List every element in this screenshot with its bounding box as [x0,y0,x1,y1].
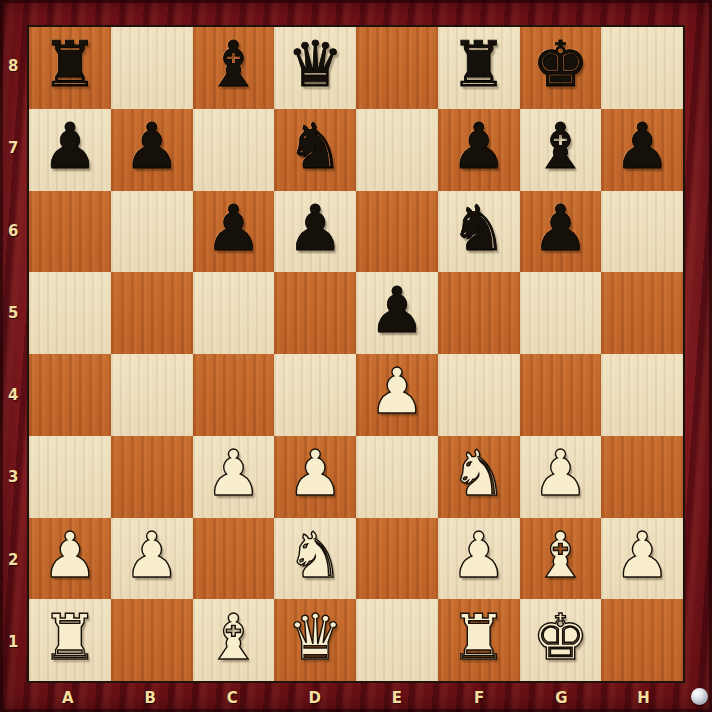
square-b7[interactable]: ♟ [111,109,193,191]
piece-black-bishop[interactable]: ♝ [205,33,261,96]
square-a8[interactable]: ♜ [29,27,111,109]
piece-black-queen[interactable]: ♛ [287,33,343,96]
piece-black-pawn[interactable]: ♟ [42,115,98,178]
piece-black-rook[interactable]: ♜ [450,33,506,96]
square-d2[interactable]: ♞ [274,518,356,600]
square-g7[interactable]: ♝ [520,109,602,191]
file-label-f: F [438,683,520,712]
piece-white-pawn[interactable]: ♟ [42,524,98,587]
square-c5[interactable] [193,272,275,354]
square-c8[interactable]: ♝ [193,27,275,109]
piece-white-pawn[interactable]: ♟ [614,524,670,587]
square-a7[interactable]: ♟ [29,109,111,191]
file-label-d: D [274,683,356,712]
square-h1[interactable] [601,599,683,681]
chess-board: ♜♝♛♜♚♟♟♞♟♝♟♟♟♞♟♟♟♟♟♞♟♟♟♞♟♝♟♜♝♛♜♚ [27,25,685,683]
rank-label-6: 6 [0,190,27,272]
square-f7[interactable]: ♟ [438,109,520,191]
piece-black-bishop[interactable]: ♝ [532,115,588,178]
square-h2[interactable]: ♟ [601,518,683,600]
square-g2[interactable]: ♝ [520,518,602,600]
file-labels: ABCDEFGH [27,683,685,712]
square-e6[interactable] [356,191,438,273]
file-label-a: A [27,683,109,712]
file-label-b: B [109,683,191,712]
square-e8[interactable] [356,27,438,109]
square-g1[interactable]: ♚ [520,599,602,681]
chess-board-frame: 87654321 ABCDEFGH ♜♝♛♜♚♟♟♞♟♝♟♟♟♞♟♟♟♟♟♞♟♟… [0,0,712,712]
piece-white-knight[interactable]: ♞ [450,442,506,505]
side-to-move-indicator [691,688,708,705]
piece-white-bishop[interactable]: ♝ [532,524,588,587]
file-label-g: G [521,683,603,712]
square-a4[interactable] [29,354,111,436]
square-f2[interactable]: ♟ [438,518,520,600]
square-c1[interactable]: ♝ [193,599,275,681]
piece-white-pawn[interactable]: ♟ [532,442,588,505]
rank-label-8: 8 [0,25,27,107]
square-e3[interactable] [356,436,438,518]
square-g8[interactable]: ♚ [520,27,602,109]
square-b1[interactable] [111,599,193,681]
piece-white-pawn[interactable]: ♟ [205,442,261,505]
piece-black-rook[interactable]: ♜ [42,33,98,96]
square-g6[interactable]: ♟ [520,191,602,273]
square-h6[interactable] [601,191,683,273]
square-c7[interactable] [193,109,275,191]
square-a2[interactable]: ♟ [29,518,111,600]
square-h7[interactable]: ♟ [601,109,683,191]
piece-white-bishop[interactable]: ♝ [205,606,261,669]
square-f4[interactable] [438,354,520,436]
rank-label-1: 1 [0,601,27,683]
square-c2[interactable] [193,518,275,600]
piece-black-pawn[interactable]: ♟ [614,115,670,178]
square-a1[interactable]: ♜ [29,599,111,681]
square-b6[interactable] [111,191,193,273]
file-label-c: C [192,683,274,712]
file-label-e: E [356,683,438,712]
square-c3[interactable]: ♟ [193,436,275,518]
square-h4[interactable] [601,354,683,436]
rank-label-3: 3 [0,436,27,518]
square-b8[interactable] [111,27,193,109]
piece-white-pawn[interactable]: ♟ [450,524,506,587]
square-d5[interactable] [274,272,356,354]
square-d3[interactable]: ♟ [274,436,356,518]
square-d7[interactable]: ♞ [274,109,356,191]
square-e4[interactable]: ♟ [356,354,438,436]
piece-white-pawn[interactable]: ♟ [123,524,179,587]
square-d8[interactable]: ♛ [274,27,356,109]
square-a6[interactable] [29,191,111,273]
piece-black-king[interactable]: ♚ [532,33,588,96]
square-f1[interactable]: ♜ [438,599,520,681]
piece-white-queen[interactable]: ♛ [287,606,343,669]
piece-white-pawn[interactable]: ♟ [287,442,343,505]
square-e7[interactable] [356,109,438,191]
square-f8[interactable]: ♜ [438,27,520,109]
square-b5[interactable] [111,272,193,354]
square-c4[interactable] [193,354,275,436]
rank-label-7: 7 [0,107,27,189]
piece-black-pawn[interactable]: ♟ [123,115,179,178]
square-b4[interactable] [111,354,193,436]
piece-black-pawn[interactable]: ♟ [287,197,343,260]
piece-black-pawn[interactable]: ♟ [369,279,425,342]
square-d1[interactable]: ♛ [274,599,356,681]
piece-black-pawn[interactable]: ♟ [450,115,506,178]
square-d6[interactable]: ♟ [274,191,356,273]
piece-black-pawn[interactable]: ♟ [205,197,261,260]
square-h5[interactable] [601,272,683,354]
square-g5[interactable] [520,272,602,354]
square-g3[interactable]: ♟ [520,436,602,518]
square-b3[interactable] [111,436,193,518]
square-h3[interactable] [601,436,683,518]
square-h8[interactable] [601,27,683,109]
square-d4[interactable] [274,354,356,436]
square-f6[interactable]: ♞ [438,191,520,273]
piece-white-king[interactable]: ♚ [532,606,588,669]
square-f3[interactable]: ♞ [438,436,520,518]
piece-black-knight[interactable]: ♞ [450,197,506,260]
square-e5[interactable]: ♟ [356,272,438,354]
square-c6[interactable]: ♟ [193,191,275,273]
rank-label-4: 4 [0,354,27,436]
rank-labels: 87654321 [0,25,27,683]
file-label-h: H [603,683,685,712]
square-f5[interactable] [438,272,520,354]
piece-white-rook[interactable]: ♜ [450,606,506,669]
square-a5[interactable] [29,272,111,354]
piece-white-rook[interactable]: ♜ [42,606,98,669]
piece-black-knight[interactable]: ♞ [287,115,343,178]
square-e2[interactable] [356,518,438,600]
piece-white-pawn[interactable]: ♟ [369,360,425,423]
square-e1[interactable] [356,599,438,681]
piece-black-pawn[interactable]: ♟ [532,197,588,260]
piece-white-knight[interactable]: ♞ [287,524,343,587]
rank-label-2: 2 [0,519,27,601]
square-b2[interactable]: ♟ [111,518,193,600]
square-g4[interactable] [520,354,602,436]
rank-label-5: 5 [0,272,27,354]
square-a3[interactable] [29,436,111,518]
